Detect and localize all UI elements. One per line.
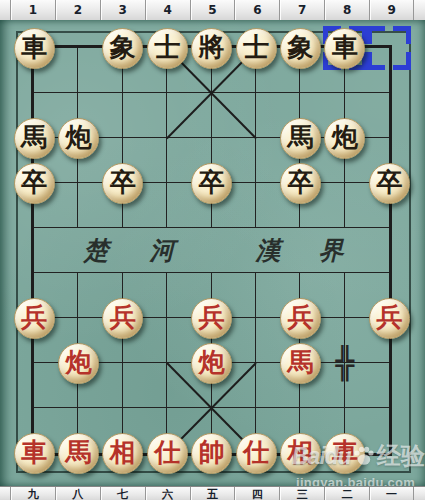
file-ruler-top: 123456789 [0,0,425,21]
file-label-top-7: 7 [279,0,324,20]
file-label-top-3: 3 [100,0,145,20]
selection-corner-icon [367,26,385,44]
watermark-logo: Baidu 经验 [292,440,425,472]
piece-red-chariot[interactable]: 車 [14,433,55,474]
board-cell[interactable] [345,228,389,273]
piece-black-soldier[interactable]: 卒 [191,163,232,204]
piece-red-soldier[interactable]: 兵 [280,298,321,339]
piece-red-horse[interactable]: 馬 [280,343,321,384]
file-label-bottom-9: 一 [369,487,414,500]
file-label-top-4: 4 [145,0,190,20]
xiangqi-app-window: 123456789 楚河漢界 ╬ 車象士將士象車馬炮馬炮卒卒卒卒卒兵兵兵兵兵炮炮… [0,0,425,500]
file-label-top-6: 6 [234,0,279,20]
piece-black-chariot[interactable]: 車 [324,28,365,69]
river-char: 河 [150,234,175,267]
piece-black-soldier[interactable]: 卒 [102,163,143,204]
file-label-bottom-1: 九 [10,487,55,500]
file-label-bottom-5: 五 [190,487,235,500]
piece-black-elephant[interactable]: 象 [280,28,321,69]
piece-red-horse[interactable]: 馬 [58,433,99,474]
piece-black-horse[interactable]: 馬 [14,118,55,159]
board-cell[interactable] [34,228,78,273]
piece-black-advisor[interactable]: 士 [236,28,277,69]
selection-corner-icon [367,52,385,70]
file-label-bottom-6: 四 [234,487,279,500]
river-char: 界 [319,234,344,267]
file-label-top-2: 2 [55,0,100,20]
piece-red-cannon[interactable]: 炮 [191,343,232,384]
piece-red-soldier[interactable]: 兵 [14,298,55,339]
piece-black-elephant[interactable]: 象 [102,28,143,69]
selection-corner-icon [393,26,411,44]
piece-black-general[interactable]: 將 [191,28,232,69]
piece-black-soldier[interactable]: 卒 [369,163,410,204]
piece-black-soldier[interactable]: 卒 [14,163,55,204]
file-ruler-top-cells: 123456789 [10,0,414,20]
file-label-top-5: 5 [190,0,235,20]
last-move-marker [367,26,411,70]
file-label-top-8: 8 [324,0,369,20]
piece-black-horse[interactable]: 馬 [280,118,321,159]
piece-red-soldier[interactable]: 兵 [191,298,232,339]
piece-red-advisor[interactable]: 仕 [147,433,188,474]
piece-red-general[interactable]: 帥 [191,433,232,474]
file-label-top-9: 9 [369,0,414,20]
xiangqi-board[interactable]: 楚河漢界 ╬ 車象士將士象車馬炮馬炮卒卒卒卒卒兵兵兵兵兵炮炮馬車馬相仕帥仕相車 … [0,20,425,486]
selection-corner-icon [393,52,411,70]
file-label-bottom-2: 八 [55,487,100,500]
river-char: 楚 [84,234,109,267]
piece-red-cannon[interactable]: 炮 [58,343,99,384]
piece-red-advisor[interactable]: 仕 [236,433,277,474]
file-ruler-bottom: 九八七六五四三二一 [0,486,425,500]
file-label-bottom-8: 二 [324,487,369,500]
board-cell[interactable] [123,363,167,408]
board-cell[interactable] [212,228,256,273]
piece-black-cannon[interactable]: 炮 [324,118,365,159]
piece-black-advisor[interactable]: 士 [147,28,188,69]
file-label-bottom-7: 三 [279,487,324,500]
piece-black-soldier[interactable]: 卒 [280,163,321,204]
piece-red-soldier[interactable]: 兵 [369,298,410,339]
file-ruler-bottom-cells: 九八七六五四三二一 [10,487,414,500]
paw-icon [352,444,376,468]
piece-red-elephant[interactable]: 相 [102,433,143,474]
watermark: Baidu 经验 jingyan.baidu.com [292,440,425,490]
piece-black-chariot[interactable]: 車 [14,28,55,69]
river-char: 漢 [256,234,281,267]
file-label-bottom-3: 七 [100,487,145,500]
cursor-cross-icon: ╬ [323,341,367,385]
file-label-top-1: 1 [10,0,55,20]
board-cell[interactable] [123,93,167,138]
piece-black-cannon[interactable]: 炮 [58,118,99,159]
watermark-jingyan-text: 经验 [377,440,425,472]
watermark-baidu-text: Baidu [292,443,351,470]
file-label-bottom-4: 六 [145,487,190,500]
piece-red-soldier[interactable]: 兵 [102,298,143,339]
